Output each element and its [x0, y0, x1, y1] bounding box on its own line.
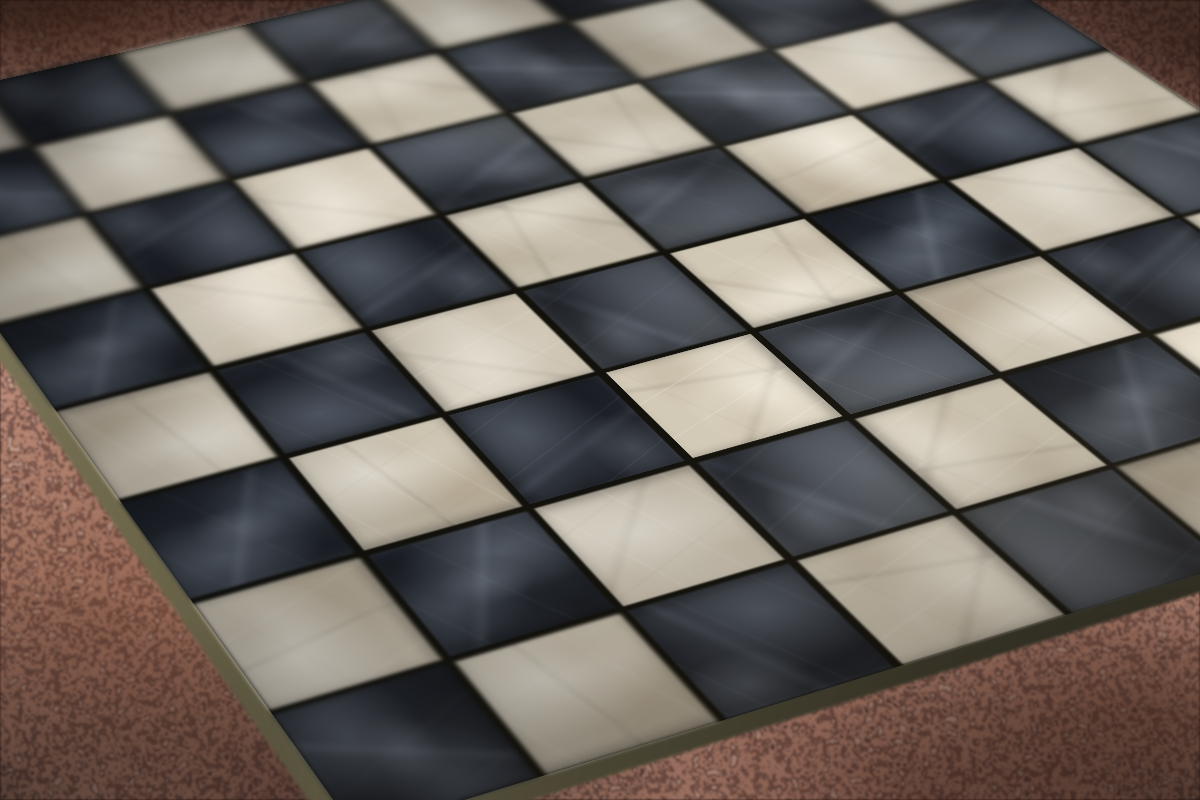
photo-scene	[0, 0, 1200, 800]
